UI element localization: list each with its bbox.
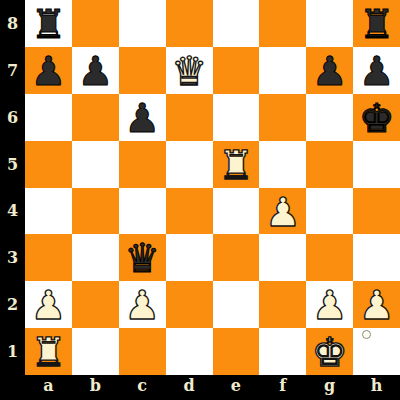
square-d6[interactable]: [166, 94, 213, 141]
rank-label-4: 4: [0, 188, 25, 235]
square-d5[interactable]: [166, 141, 213, 188]
piece-black-pawn[interactable]: ♟: [31, 48, 67, 95]
piece-white-queen[interactable]: ♛: [171, 48, 207, 95]
square-b6[interactable]: [72, 94, 119, 141]
square-h7[interactable]: ♟: [353, 47, 400, 94]
file-labels: abcdefgh: [25, 375, 400, 400]
file-label-b: b: [72, 375, 119, 400]
square-a5[interactable]: [25, 141, 72, 188]
square-a3[interactable]: [25, 234, 72, 281]
square-a2[interactable]: ♟: [25, 281, 72, 328]
square-c3[interactable]: ♛: [119, 234, 166, 281]
square-d7[interactable]: ♛: [166, 47, 213, 94]
square-b7[interactable]: ♟: [72, 47, 119, 94]
square-e5[interactable]: ♜: [213, 141, 260, 188]
chess-diagram: 87654321 ♜♜♟♟♛♟♟♟♚♜♟♛♟♟♟♟♜♚ abcdefgh: [0, 0, 400, 400]
square-e1[interactable]: [213, 328, 260, 375]
square-g8[interactable]: [306, 0, 353, 47]
rank-label-8: 8: [0, 0, 25, 47]
square-b8[interactable]: [72, 0, 119, 47]
piece-black-queen[interactable]: ♛: [124, 235, 160, 282]
square-c6[interactable]: ♟: [119, 94, 166, 141]
square-d1[interactable]: [166, 328, 213, 375]
square-g1[interactable]: ♚: [306, 328, 353, 375]
piece-white-rook[interactable]: ♜: [218, 142, 254, 189]
square-g2[interactable]: ♟: [306, 281, 353, 328]
piece-white-pawn[interactable]: ♟: [31, 282, 67, 329]
square-g3[interactable]: [306, 234, 353, 281]
piece-black-pawn[interactable]: ♟: [312, 48, 348, 95]
square-f2[interactable]: [259, 281, 306, 328]
square-g5[interactable]: [306, 141, 353, 188]
square-e8[interactable]: [213, 0, 260, 47]
piece-white-pawn[interactable]: ♟: [124, 282, 160, 329]
square-h5[interactable]: [353, 141, 400, 188]
square-e2[interactable]: [213, 281, 260, 328]
piece-black-king[interactable]: ♚: [359, 95, 395, 142]
square-d2[interactable]: [166, 281, 213, 328]
piece-black-pawn[interactable]: ♟: [77, 48, 113, 95]
file-label-e: e: [213, 375, 260, 400]
piece-white-pawn[interactable]: ♟: [265, 189, 301, 236]
square-b2[interactable]: [72, 281, 119, 328]
square-h8[interactable]: ♜: [353, 0, 400, 47]
square-d3[interactable]: [166, 234, 213, 281]
square-h3[interactable]: [353, 234, 400, 281]
square-e4[interactable]: [213, 188, 260, 235]
square-h6[interactable]: ♚: [353, 94, 400, 141]
square-f7[interactable]: [259, 47, 306, 94]
rank-label-1: 1: [0, 328, 25, 375]
rank-labels: 87654321: [0, 0, 25, 375]
square-h1[interactable]: [353, 328, 400, 375]
rank-label-5: 5: [0, 141, 25, 188]
square-f4[interactable]: ♟: [259, 188, 306, 235]
rank-label-6: 6: [0, 94, 25, 141]
square-d4[interactable]: [166, 188, 213, 235]
square-d8[interactable]: [166, 0, 213, 47]
file-label-d: d: [166, 375, 213, 400]
piece-black-rook[interactable]: ♜: [31, 1, 67, 48]
square-a8[interactable]: ♜: [25, 0, 72, 47]
piece-white-pawn[interactable]: ♟: [312, 282, 348, 329]
rank-label-2: 2: [0, 281, 25, 328]
square-b5[interactable]: [72, 141, 119, 188]
square-b4[interactable]: [72, 188, 119, 235]
file-label-a: a: [25, 375, 72, 400]
square-e7[interactable]: [213, 47, 260, 94]
square-f3[interactable]: [259, 234, 306, 281]
square-a4[interactable]: [25, 188, 72, 235]
chess-board[interactable]: ♜♜♟♟♛♟♟♟♚♜♟♛♟♟♟♟♜♚: [25, 0, 400, 375]
piece-white-pawn[interactable]: ♟: [359, 282, 395, 329]
square-g7[interactable]: ♟: [306, 47, 353, 94]
square-c8[interactable]: [119, 0, 166, 47]
square-a1[interactable]: ♜: [25, 328, 72, 375]
square-c2[interactable]: ♟: [119, 281, 166, 328]
file-label-h: h: [353, 375, 400, 400]
square-f8[interactable]: [259, 0, 306, 47]
square-b3[interactable]: [72, 234, 119, 281]
piece-white-king[interactable]: ♚: [312, 329, 348, 376]
file-label-f: f: [259, 375, 306, 400]
square-h2[interactable]: ♟: [353, 281, 400, 328]
file-label-c: c: [119, 375, 166, 400]
square-e6[interactable]: [213, 94, 260, 141]
square-g6[interactable]: [306, 94, 353, 141]
piece-white-rook[interactable]: ♜: [31, 329, 67, 376]
piece-black-pawn[interactable]: ♟: [359, 48, 395, 95]
file-label-g: g: [306, 375, 353, 400]
square-a7[interactable]: ♟: [25, 47, 72, 94]
white-to-move-indicator: [362, 330, 371, 339]
square-a6[interactable]: [25, 94, 72, 141]
piece-black-rook[interactable]: ♜: [359, 1, 395, 48]
rank-label-7: 7: [0, 47, 25, 94]
rank-label-3: 3: [0, 234, 25, 281]
square-h4[interactable]: [353, 188, 400, 235]
square-f1[interactable]: [259, 328, 306, 375]
square-c5[interactable]: [119, 141, 166, 188]
square-f6[interactable]: [259, 94, 306, 141]
piece-black-pawn[interactable]: ♟: [124, 95, 160, 142]
square-g4[interactable]: [306, 188, 353, 235]
square-c4[interactable]: [119, 188, 166, 235]
square-e3[interactable]: [213, 234, 260, 281]
square-b1[interactable]: [72, 328, 119, 375]
square-c1[interactable]: [119, 328, 166, 375]
square-c7[interactable]: [119, 47, 166, 94]
square-f5[interactable]: [259, 141, 306, 188]
